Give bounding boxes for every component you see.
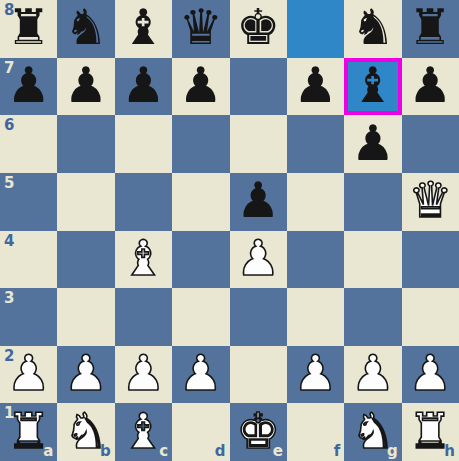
piece-white-pawn-c2[interactable]: ♟ [121, 349, 165, 398]
square-f7[interactable]: ♟ [287, 58, 344, 116]
piece-black-bishop-g7[interactable]: ♝ [351, 61, 395, 110]
square-d8[interactable]: ♛ [172, 0, 229, 58]
square-g1[interactable]: g♞ [344, 403, 401, 461]
square-d5[interactable] [172, 173, 229, 231]
square-f6[interactable] [287, 115, 344, 173]
square-h7[interactable]: ♟ [402, 58, 459, 116]
piece-black-rook-a8[interactable]: ♜ [7, 3, 51, 52]
piece-white-pawn-f2[interactable]: ♟ [294, 349, 338, 398]
piece-white-knight-g1[interactable]: ♞ [351, 407, 395, 456]
square-h5[interactable]: ♛ [402, 173, 459, 231]
square-e5[interactable]: ♟ [230, 173, 287, 231]
piece-black-pawn-d7[interactable]: ♟ [179, 61, 223, 110]
square-c7[interactable]: ♟ [115, 58, 172, 116]
square-f1[interactable]: f [287, 403, 344, 461]
square-b1[interactable]: b♞ [57, 403, 114, 461]
square-b2[interactable]: ♟ [57, 346, 114, 404]
square-g8[interactable]: ♞ [344, 0, 401, 58]
square-h4[interactable] [402, 231, 459, 289]
square-f3[interactable] [287, 288, 344, 346]
square-g5[interactable] [344, 173, 401, 231]
piece-black-pawn-f7[interactable]: ♟ [294, 61, 338, 110]
rank-label-5: 5 [4, 176, 14, 191]
piece-black-knight-b8[interactable]: ♞ [64, 3, 108, 52]
piece-white-rook-a1[interactable]: ♜ [7, 407, 51, 456]
chess-board: 8♜♞♝♛♚♞♜7♟♟♟♟♟♝♟6♟5♟♛4♝♟32♟♟♟♟♟♟♟1a♜b♞c♝… [0, 0, 459, 461]
piece-black-rook-h8[interactable]: ♜ [408, 3, 452, 52]
square-g4[interactable] [344, 231, 401, 289]
square-f8[interactable] [287, 0, 344, 58]
piece-black-pawn-h7[interactable]: ♟ [408, 61, 452, 110]
square-e1[interactable]: e♚ [230, 403, 287, 461]
square-d2[interactable]: ♟ [172, 346, 229, 404]
piece-black-pawn-e5[interactable]: ♟ [236, 176, 280, 225]
square-c2[interactable]: ♟ [115, 346, 172, 404]
square-g3[interactable] [344, 288, 401, 346]
piece-black-pawn-c7[interactable]: ♟ [121, 61, 165, 110]
piece-white-bishop-c1[interactable]: ♝ [121, 407, 165, 456]
piece-white-king-e1[interactable]: ♚ [236, 407, 280, 456]
square-c3[interactable] [115, 288, 172, 346]
piece-white-pawn-a2[interactable]: ♟ [7, 349, 51, 398]
square-h8[interactable]: ♜ [402, 0, 459, 58]
piece-black-king-e8[interactable]: ♚ [236, 3, 280, 52]
piece-white-rook-h1[interactable]: ♜ [408, 407, 452, 456]
square-a3[interactable]: 3 [0, 288, 57, 346]
square-a8[interactable]: 8♜ [0, 0, 57, 58]
square-g2[interactable]: ♟ [344, 346, 401, 404]
square-h6[interactable] [402, 115, 459, 173]
square-e6[interactable] [230, 115, 287, 173]
piece-white-pawn-d2[interactable]: ♟ [179, 349, 223, 398]
file-label-f: f [334, 444, 341, 459]
square-d6[interactable] [172, 115, 229, 173]
file-label-d: d [215, 444, 226, 459]
piece-white-queen-h5[interactable]: ♛ [408, 176, 452, 225]
square-b4[interactable] [57, 231, 114, 289]
piece-black-knight-g8[interactable]: ♞ [351, 3, 395, 52]
square-f5[interactable] [287, 173, 344, 231]
square-b6[interactable] [57, 115, 114, 173]
square-g6[interactable]: ♟ [344, 115, 401, 173]
piece-black-queen-d8[interactable]: ♛ [179, 3, 223, 52]
square-a1[interactable]: 1a♜ [0, 403, 57, 461]
square-e2[interactable] [230, 346, 287, 404]
square-a7[interactable]: 7♟ [0, 58, 57, 116]
square-b7[interactable]: ♟ [57, 58, 114, 116]
square-d7[interactable]: ♟ [172, 58, 229, 116]
square-a4[interactable]: 4 [0, 231, 57, 289]
square-e3[interactable] [230, 288, 287, 346]
square-a5[interactable]: 5 [0, 173, 57, 231]
square-f2[interactable]: ♟ [287, 346, 344, 404]
square-b5[interactable] [57, 173, 114, 231]
square-e4[interactable]: ♟ [230, 231, 287, 289]
square-a6[interactable]: 6 [0, 115, 57, 173]
rank-label-3: 3 [4, 291, 14, 306]
piece-black-pawn-a7[interactable]: ♟ [7, 61, 51, 110]
square-e8[interactable]: ♚ [230, 0, 287, 58]
rank-label-4: 4 [4, 234, 14, 249]
square-d1[interactable]: d [172, 403, 229, 461]
square-d4[interactable] [172, 231, 229, 289]
square-a2[interactable]: 2♟ [0, 346, 57, 404]
square-c8[interactable]: ♝ [115, 0, 172, 58]
square-b3[interactable] [57, 288, 114, 346]
square-h1[interactable]: h♜ [402, 403, 459, 461]
piece-black-bishop-c8[interactable]: ♝ [121, 3, 165, 52]
square-f4[interactable] [287, 231, 344, 289]
rank-label-6: 6 [4, 118, 14, 133]
piece-white-pawn-e4[interactable]: ♟ [236, 234, 280, 283]
square-d3[interactable] [172, 288, 229, 346]
square-c4[interactable]: ♝ [115, 231, 172, 289]
piece-white-knight-b1[interactable]: ♞ [64, 407, 108, 456]
square-h3[interactable] [402, 288, 459, 346]
piece-white-pawn-h2[interactable]: ♟ [408, 349, 452, 398]
piece-white-pawn-b2[interactable]: ♟ [64, 349, 108, 398]
piece-black-pawn-g6[interactable]: ♟ [351, 119, 395, 168]
square-c6[interactable] [115, 115, 172, 173]
piece-white-pawn-g2[interactable]: ♟ [351, 349, 395, 398]
piece-white-bishop-c4[interactable]: ♝ [121, 234, 165, 283]
square-b8[interactable]: ♞ [57, 0, 114, 58]
square-e7[interactable] [230, 58, 287, 116]
square-c1[interactable]: c♝ [115, 403, 172, 461]
square-g7[interactable]: ♝ [344, 58, 401, 116]
piece-black-pawn-b7[interactable]: ♟ [64, 61, 108, 110]
square-h2[interactable]: ♟ [402, 346, 459, 404]
square-c5[interactable] [115, 173, 172, 231]
